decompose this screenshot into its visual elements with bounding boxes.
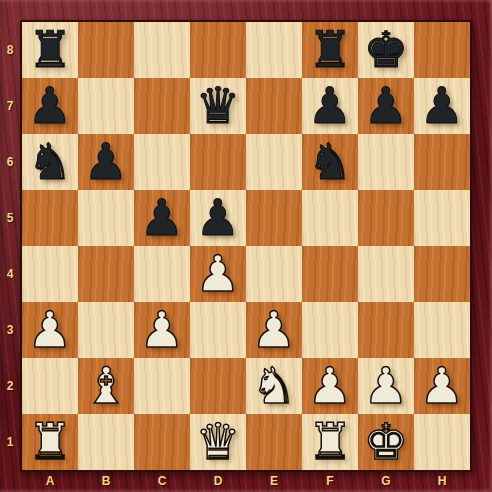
- square-c4[interactable]: [134, 246, 190, 302]
- square-d6[interactable]: [190, 134, 246, 190]
- white-pawn-icon[interactable]: ♟: [364, 361, 409, 411]
- white-pawn-icon[interactable]: ♟: [140, 305, 185, 355]
- square-a2[interactable]: [22, 358, 78, 414]
- rank-label-4: 4: [0, 246, 20, 302]
- square-f1[interactable]: ♜: [302, 414, 358, 470]
- rank-label-text: 5: [7, 211, 14, 225]
- file-label-b: B: [78, 470, 134, 492]
- square-e4[interactable]: [246, 246, 302, 302]
- file-label-text: B: [102, 474, 111, 488]
- square-d4[interactable]: ♟: [190, 246, 246, 302]
- file-label-text: F: [326, 474, 333, 488]
- square-b3[interactable]: [78, 302, 134, 358]
- square-f2[interactable]: ♟: [302, 358, 358, 414]
- black-knight-icon[interactable]: ♞: [28, 137, 73, 187]
- white-queen-icon[interactable]: ♛: [196, 417, 241, 467]
- square-g6[interactable]: [358, 134, 414, 190]
- square-e3[interactable]: ♟: [246, 302, 302, 358]
- square-e5[interactable]: [246, 190, 302, 246]
- square-h7[interactable]: ♟: [414, 78, 470, 134]
- square-a4[interactable]: [22, 246, 78, 302]
- square-b1[interactable]: [78, 414, 134, 470]
- square-f8[interactable]: ♜: [302, 22, 358, 78]
- chessboard-frame: ♜♜♚♟♛♟♟♟♞♟♞♟♟♟♟♟♟♝♞♟♟♟♜♛♜♚ 87654321 ABCD…: [0, 0, 492, 492]
- black-king-icon[interactable]: ♚: [364, 25, 409, 75]
- square-h1[interactable]: [414, 414, 470, 470]
- black-queen-icon[interactable]: ♛: [196, 81, 241, 131]
- white-rook-icon[interactable]: ♜: [28, 417, 73, 467]
- square-e2[interactable]: ♞: [246, 358, 302, 414]
- square-g7[interactable]: ♟: [358, 78, 414, 134]
- square-c8[interactable]: [134, 22, 190, 78]
- black-pawn-icon[interactable]: ♟: [420, 81, 465, 131]
- square-h4[interactable]: [414, 246, 470, 302]
- black-rook-icon[interactable]: ♜: [28, 25, 73, 75]
- chessboard: ♜♜♚♟♛♟♟♟♞♟♞♟♟♟♟♟♟♝♞♟♟♟♜♛♜♚: [20, 20, 472, 472]
- square-h3[interactable]: [414, 302, 470, 358]
- rank-label-text: 1: [7, 435, 14, 449]
- file-label-h: H: [414, 470, 470, 492]
- file-label-text: H: [438, 474, 447, 488]
- square-b5[interactable]: [78, 190, 134, 246]
- file-label-a: A: [22, 470, 78, 492]
- square-b6[interactable]: ♟: [78, 134, 134, 190]
- square-h6[interactable]: [414, 134, 470, 190]
- file-label-text: E: [270, 474, 278, 488]
- square-b7[interactable]: [78, 78, 134, 134]
- black-pawn-icon[interactable]: ♟: [84, 137, 129, 187]
- rank-label-3: 3: [0, 302, 20, 358]
- rank-label-text: 3: [7, 323, 14, 337]
- white-bishop-icon[interactable]: ♝: [84, 361, 129, 411]
- square-e1[interactable]: [246, 414, 302, 470]
- square-f6[interactable]: ♞: [302, 134, 358, 190]
- rank-label-1: 1: [0, 414, 20, 470]
- rank-label-text: 2: [7, 379, 14, 393]
- rank-label-text: 4: [7, 267, 14, 281]
- square-a5[interactable]: [22, 190, 78, 246]
- white-pawn-icon[interactable]: ♟: [28, 305, 73, 355]
- square-g2[interactable]: ♟: [358, 358, 414, 414]
- black-pawn-icon[interactable]: ♟: [364, 81, 409, 131]
- rank-label-text: 6: [7, 155, 14, 169]
- rank-label-6: 6: [0, 134, 20, 190]
- square-g5[interactable]: [358, 190, 414, 246]
- black-pawn-icon[interactable]: ♟: [140, 193, 185, 243]
- square-c6[interactable]: [134, 134, 190, 190]
- file-label-e: E: [246, 470, 302, 492]
- rank-label-2: 2: [0, 358, 20, 414]
- rank-label-text: 8: [7, 43, 14, 57]
- black-pawn-icon[interactable]: ♟: [308, 81, 353, 131]
- white-rook-icon[interactable]: ♜: [308, 417, 353, 467]
- square-b8[interactable]: [78, 22, 134, 78]
- file-label-d: D: [190, 470, 246, 492]
- square-g3[interactable]: [358, 302, 414, 358]
- square-d1[interactable]: ♛: [190, 414, 246, 470]
- black-pawn-icon[interactable]: ♟: [28, 81, 73, 131]
- white-king-icon[interactable]: ♚: [364, 417, 409, 467]
- square-c5[interactable]: ♟: [134, 190, 190, 246]
- square-e6[interactable]: [246, 134, 302, 190]
- square-e7[interactable]: [246, 78, 302, 134]
- rank-label-7: 7: [0, 78, 20, 134]
- square-f4[interactable]: [302, 246, 358, 302]
- square-a6[interactable]: ♞: [22, 134, 78, 190]
- square-d8[interactable]: [190, 22, 246, 78]
- file-label-text: A: [46, 474, 55, 488]
- file-label-f: F: [302, 470, 358, 492]
- square-d3[interactable]: [190, 302, 246, 358]
- square-a3[interactable]: ♟: [22, 302, 78, 358]
- square-b2[interactable]: ♝: [78, 358, 134, 414]
- square-f7[interactable]: ♟: [302, 78, 358, 134]
- file-label-c: C: [134, 470, 190, 492]
- black-rook-icon[interactable]: ♜: [308, 25, 353, 75]
- rank-label-8: 8: [0, 22, 20, 78]
- black-knight-icon[interactable]: ♞: [308, 137, 353, 187]
- white-pawn-icon[interactable]: ♟: [196, 249, 241, 299]
- square-c2[interactable]: [134, 358, 190, 414]
- square-h8[interactable]: [414, 22, 470, 78]
- white-pawn-icon[interactable]: ♟: [420, 361, 465, 411]
- square-d2[interactable]: [190, 358, 246, 414]
- rank-label-5: 5: [0, 190, 20, 246]
- square-f5[interactable]: [302, 190, 358, 246]
- square-g1[interactable]: ♚: [358, 414, 414, 470]
- square-g4[interactable]: [358, 246, 414, 302]
- rank-label-text: 7: [7, 99, 14, 113]
- square-d7[interactable]: ♛: [190, 78, 246, 134]
- white-pawn-icon[interactable]: ♟: [308, 361, 353, 411]
- square-h2[interactable]: ♟: [414, 358, 470, 414]
- file-label-text: G: [381, 474, 390, 488]
- square-d5[interactable]: ♟: [190, 190, 246, 246]
- square-a7[interactable]: ♟: [22, 78, 78, 134]
- square-e8[interactable]: [246, 22, 302, 78]
- white-knight-icon[interactable]: ♞: [252, 361, 297, 411]
- square-c7[interactable]: [134, 78, 190, 134]
- square-f3[interactable]: [302, 302, 358, 358]
- file-label-g: G: [358, 470, 414, 492]
- square-a1[interactable]: ♜: [22, 414, 78, 470]
- square-h5[interactable]: [414, 190, 470, 246]
- white-pawn-icon[interactable]: ♟: [252, 305, 297, 355]
- black-pawn-icon[interactable]: ♟: [196, 193, 241, 243]
- file-label-text: D: [214, 474, 223, 488]
- square-a8[interactable]: ♜: [22, 22, 78, 78]
- square-g8[interactable]: ♚: [358, 22, 414, 78]
- square-c3[interactable]: ♟: [134, 302, 190, 358]
- file-label-text: C: [158, 474, 167, 488]
- square-b4[interactable]: [78, 246, 134, 302]
- square-c1[interactable]: [134, 414, 190, 470]
